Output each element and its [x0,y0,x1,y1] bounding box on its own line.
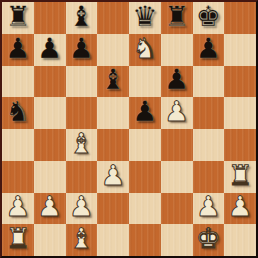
square-g7[interactable]: ♟ [193,34,225,66]
square-e8[interactable]: ♛ [129,2,161,34]
square-h6[interactable] [224,66,256,98]
square-c7[interactable]: ♟ [66,34,98,66]
square-b8[interactable] [34,2,66,34]
piece-white-pawn[interactable]: ♟ [196,193,221,221]
piece-white-rook[interactable]: ♜ [5,225,30,253]
piece-black-bishop[interactable]: ♝ [69,3,94,31]
piece-black-pawn[interactable]: ♟ [196,35,221,63]
square-a3[interactable] [2,161,34,193]
square-d6[interactable]: ♝ [97,66,129,98]
square-g8[interactable]: ♚ [193,2,225,34]
piece-white-pawn[interactable]: ♟ [5,193,30,221]
piece-black-pawn[interactable]: ♟ [69,35,94,63]
piece-black-rook[interactable]: ♜ [5,3,30,31]
square-h4[interactable] [224,129,256,161]
square-h3[interactable]: ♜ [224,161,256,193]
square-b1[interactable] [34,224,66,256]
square-c2[interactable]: ♟ [66,193,98,225]
square-h8[interactable] [224,2,256,34]
square-b5[interactable] [34,97,66,129]
square-f1[interactable] [161,224,193,256]
square-e7[interactable]: ♞ [129,34,161,66]
square-d7[interactable] [97,34,129,66]
square-d2[interactable] [97,193,129,225]
square-g2[interactable]: ♟ [193,193,225,225]
square-f2[interactable] [161,193,193,225]
piece-black-rook[interactable]: ♜ [164,3,189,31]
square-d3[interactable]: ♟ [97,161,129,193]
square-h5[interactable] [224,97,256,129]
piece-white-bishop[interactable]: ♝ [69,225,94,253]
piece-white-pawn[interactable]: ♟ [37,193,62,221]
square-f6[interactable]: ♟ [161,66,193,98]
square-b2[interactable]: ♟ [34,193,66,225]
chess-board: ♜♝♛♜♚♟♟♟♞♟♝♟♞♟♟♝♟♜♟♟♟♟♟♜♝♚ [0,0,258,258]
piece-white-bishop[interactable]: ♝ [69,130,94,158]
square-f8[interactable]: ♜ [161,2,193,34]
square-d8[interactable] [97,2,129,34]
piece-black-king[interactable]: ♚ [196,3,221,31]
piece-white-pawn[interactable]: ♟ [101,162,126,190]
square-e6[interactable] [129,66,161,98]
square-g5[interactable] [193,97,225,129]
piece-black-pawn[interactable]: ♟ [164,66,189,94]
square-b6[interactable] [34,66,66,98]
piece-black-bishop[interactable]: ♝ [101,66,126,94]
square-c1[interactable]: ♝ [66,224,98,256]
square-c8[interactable]: ♝ [66,2,98,34]
square-g4[interactable] [193,129,225,161]
square-a4[interactable] [2,129,34,161]
square-d5[interactable] [97,97,129,129]
square-c4[interactable]: ♝ [66,129,98,161]
square-f3[interactable] [161,161,193,193]
piece-white-pawn[interactable]: ♟ [69,193,94,221]
square-e3[interactable] [129,161,161,193]
square-a7[interactable]: ♟ [2,34,34,66]
piece-black-queen[interactable]: ♛ [132,3,157,31]
square-c5[interactable] [66,97,98,129]
square-b7[interactable]: ♟ [34,34,66,66]
square-a8[interactable]: ♜ [2,2,34,34]
piece-white-knight[interactable]: ♞ [132,35,157,63]
square-f5[interactable]: ♟ [161,97,193,129]
square-e2[interactable] [129,193,161,225]
square-h2[interactable]: ♟ [224,193,256,225]
piece-white-king[interactable]: ♚ [196,225,221,253]
piece-white-rook[interactable]: ♜ [228,162,253,190]
square-d4[interactable] [97,129,129,161]
piece-white-pawn[interactable]: ♟ [164,98,189,126]
square-c3[interactable] [66,161,98,193]
square-b4[interactable] [34,129,66,161]
square-e5[interactable]: ♟ [129,97,161,129]
piece-black-knight[interactable]: ♞ [5,98,30,126]
square-a1[interactable]: ♜ [2,224,34,256]
square-e1[interactable] [129,224,161,256]
square-g3[interactable] [193,161,225,193]
square-f4[interactable] [161,129,193,161]
piece-black-pawn[interactable]: ♟ [132,98,157,126]
square-a6[interactable] [2,66,34,98]
square-c6[interactable] [66,66,98,98]
square-e4[interactable] [129,129,161,161]
piece-black-pawn[interactable]: ♟ [5,35,30,63]
square-g1[interactable]: ♚ [193,224,225,256]
square-b3[interactable] [34,161,66,193]
piece-white-pawn[interactable]: ♟ [228,193,253,221]
square-a5[interactable]: ♞ [2,97,34,129]
square-d1[interactable] [97,224,129,256]
square-g6[interactable] [193,66,225,98]
square-f7[interactable] [161,34,193,66]
square-h1[interactable] [224,224,256,256]
square-a2[interactable]: ♟ [2,193,34,225]
square-h7[interactable] [224,34,256,66]
piece-black-pawn[interactable]: ♟ [37,35,62,63]
